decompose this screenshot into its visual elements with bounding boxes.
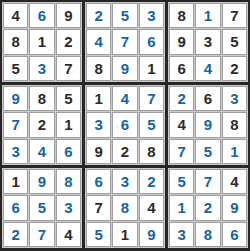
sudoku-box-r1c2: 253476891 [85, 2, 165, 82]
sudoku-cell-r4c5[interactable]: 4 [112, 86, 137, 111]
sudoku-cell-r6c5[interactable]: 2 [112, 139, 137, 164]
sudoku-box-r2c2: 147365928 [85, 85, 165, 165]
sudoku-cell-r5c8[interactable]: 9 [195, 112, 220, 137]
sudoku-cell-r6c1[interactable]: 3 [3, 139, 28, 164]
sudoku-cell-r2c3[interactable]: 2 [56, 29, 81, 54]
sudoku-cell-r6c8[interactable]: 5 [195, 139, 220, 164]
sudoku-cell-r5c4[interactable]: 3 [86, 112, 111, 137]
sudoku-cell-r1c4[interactable]: 2 [86, 3, 111, 28]
sudoku-cell-r8c8[interactable]: 2 [195, 195, 220, 220]
sudoku-cell-r6c9[interactable]: 1 [222, 139, 247, 164]
sudoku-cell-r6c6[interactable]: 8 [139, 139, 164, 164]
sudoku-cell-r9c7[interactable]: 3 [169, 222, 194, 247]
sudoku-cell-r7c8[interactable]: 7 [195, 169, 220, 194]
sudoku-cell-r3c8[interactable]: 4 [195, 56, 220, 81]
sudoku-cell-r6c4[interactable]: 9 [86, 139, 111, 164]
sudoku-cell-r5c9[interactable]: 8 [222, 112, 247, 137]
sudoku-box-r3c3: 574129386 [168, 168, 248, 248]
sudoku-cell-r2c2[interactable]: 1 [29, 29, 54, 54]
sudoku-cell-r2c6[interactable]: 6 [139, 29, 164, 54]
sudoku-cell-r7c5[interactable]: 3 [112, 169, 137, 194]
sudoku-cell-r3c6[interactable]: 1 [139, 56, 164, 81]
sudoku-cell-r7c6[interactable]: 2 [139, 169, 164, 194]
sudoku-cell-r9c2[interactable]: 7 [29, 222, 54, 247]
sudoku-cell-r4c9[interactable]: 3 [222, 86, 247, 111]
sudoku-cell-r2c1[interactable]: 8 [3, 29, 28, 54]
sudoku-cell-r5c1[interactable]: 7 [3, 112, 28, 137]
sudoku-cell-r1c3[interactable]: 9 [56, 3, 81, 28]
sudoku-cell-r7c2[interactable]: 9 [29, 169, 54, 194]
sudoku-box-r2c1: 985721346 [2, 85, 82, 165]
sudoku-cell-r9c5[interactable]: 1 [112, 222, 137, 247]
sudoku-box-r3c1: 198653274 [2, 168, 82, 248]
sudoku-cell-r4c7[interactable]: 2 [169, 86, 194, 111]
sudoku-cell-r4c3[interactable]: 5 [56, 86, 81, 111]
sudoku-cell-r8c2[interactable]: 5 [29, 195, 54, 220]
sudoku-cell-r7c7[interactable]: 5 [169, 169, 194, 194]
sudoku-cell-r2c4[interactable]: 4 [86, 29, 111, 54]
sudoku-cell-r8c1[interactable]: 6 [3, 195, 28, 220]
sudoku-cell-r3c1[interactable]: 5 [3, 56, 28, 81]
sudoku-cell-r7c9[interactable]: 4 [222, 169, 247, 194]
sudoku-cell-r6c7[interactable]: 7 [169, 139, 194, 164]
sudoku-cell-r1c6[interactable]: 3 [139, 3, 164, 28]
sudoku-cell-r3c2[interactable]: 3 [29, 56, 54, 81]
sudoku-cell-r7c1[interactable]: 1 [3, 169, 28, 194]
sudoku-cell-r5c6[interactable]: 5 [139, 112, 164, 137]
sudoku-cell-r4c6[interactable]: 7 [139, 86, 164, 111]
sudoku-box-r1c3: 817935642 [168, 2, 248, 82]
sudoku-cell-r2c9[interactable]: 5 [222, 29, 247, 54]
sudoku-cell-r6c3[interactable]: 6 [56, 139, 81, 164]
sudoku-cell-r7c3[interactable]: 8 [56, 169, 81, 194]
sudoku-cell-r8c4[interactable]: 7 [86, 195, 111, 220]
sudoku-cell-r2c8[interactable]: 3 [195, 29, 220, 54]
sudoku-cell-r9c1[interactable]: 2 [3, 222, 28, 247]
sudoku-cell-r9c3[interactable]: 4 [56, 222, 81, 247]
sudoku-board: 4698125372534768918179356429857213461473… [0, 0, 250, 251]
sudoku-cell-r8c6[interactable]: 4 [139, 195, 164, 220]
sudoku-cell-r6c2[interactable]: 4 [29, 139, 54, 164]
sudoku-cell-r1c1[interactable]: 4 [3, 3, 28, 28]
sudoku-cell-r9c9[interactable]: 6 [222, 222, 247, 247]
sudoku-cell-r4c4[interactable]: 1 [86, 86, 111, 111]
sudoku-cell-r1c7[interactable]: 8 [169, 3, 194, 28]
sudoku-cell-r5c5[interactable]: 6 [112, 112, 137, 137]
sudoku-cell-r9c6[interactable]: 9 [139, 222, 164, 247]
sudoku-cell-r5c2[interactable]: 2 [29, 112, 54, 137]
sudoku-cell-r4c2[interactable]: 8 [29, 86, 54, 111]
sudoku-cell-r1c2[interactable]: 6 [29, 3, 54, 28]
sudoku-cell-r1c8[interactable]: 1 [195, 3, 220, 28]
sudoku-cell-r3c3[interactable]: 7 [56, 56, 81, 81]
sudoku-box-r2c3: 263498751 [168, 85, 248, 165]
sudoku-box-r1c1: 469812537 [2, 2, 82, 82]
sudoku-cell-r9c8[interactable]: 8 [195, 222, 220, 247]
sudoku-cell-r4c1[interactable]: 9 [3, 86, 28, 111]
sudoku-cell-r2c5[interactable]: 7 [112, 29, 137, 54]
sudoku-cell-r3c7[interactable]: 6 [169, 56, 194, 81]
sudoku-cell-r1c9[interactable]: 7 [222, 3, 247, 28]
sudoku-cell-r8c9[interactable]: 9 [222, 195, 247, 220]
sudoku-cell-r9c4[interactable]: 5 [86, 222, 111, 247]
sudoku-cell-r1c5[interactable]: 5 [112, 3, 137, 28]
sudoku-cell-r4c8[interactable]: 6 [195, 86, 220, 111]
sudoku-cell-r8c5[interactable]: 8 [112, 195, 137, 220]
sudoku-cell-r3c5[interactable]: 9 [112, 56, 137, 81]
sudoku-cell-r8c7[interactable]: 1 [169, 195, 194, 220]
sudoku-cell-r5c3[interactable]: 1 [56, 112, 81, 137]
sudoku-cell-r7c4[interactable]: 6 [86, 169, 111, 194]
sudoku-box-r3c2: 632784519 [85, 168, 165, 248]
sudoku-cell-r2c7[interactable]: 9 [169, 29, 194, 54]
sudoku-cell-r5c7[interactable]: 4 [169, 112, 194, 137]
sudoku-cell-r3c4[interactable]: 8 [86, 56, 111, 81]
sudoku-cell-r8c3[interactable]: 3 [56, 195, 81, 220]
sudoku-cell-r3c9[interactable]: 2 [222, 56, 247, 81]
